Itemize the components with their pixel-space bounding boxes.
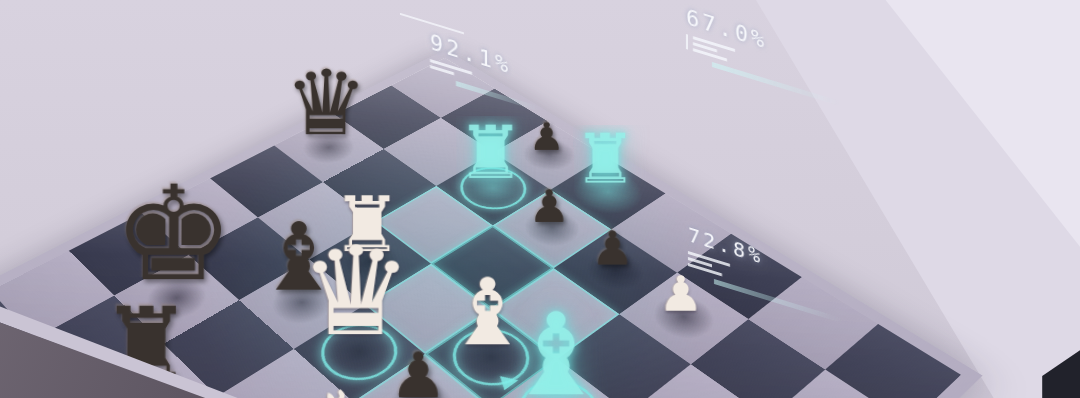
square-f5: ♝: [490, 359, 628, 398]
ghost-hologram-rook: ♜: [574, 125, 638, 193]
white-queen: ♛: [299, 231, 413, 354]
ghost-hologram-rook: ♜: [457, 116, 525, 189]
white-knight: ♞: [307, 380, 380, 398]
black-pawn: ♟: [529, 117, 565, 155]
scene: ♟♜♜♟♟♟♛♜♝♝♝♛♟♟♚♞♜♟: [0, 0, 1080, 398]
black-pawn: ♟: [529, 184, 571, 229]
black-pawn: ♟: [389, 344, 447, 398]
black-pawn: ♟: [591, 225, 635, 272]
ghost-hologram-bishop: ♝: [504, 299, 610, 398]
holographic-chess-render: { "game": "chess", "scene": { "descripti…: [0, 0, 1080, 398]
black-queen: ♛: [284, 59, 368, 149]
black-king: ♚: [113, 169, 235, 300]
